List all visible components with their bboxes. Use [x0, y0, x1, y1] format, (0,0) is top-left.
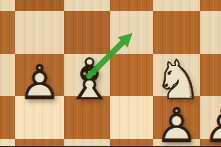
square-c4[interactable] [15, 11, 64, 54]
square-e2[interactable] [110, 96, 153, 139]
square-b4[interactable] [0, 11, 15, 54]
square-e1[interactable] [110, 139, 153, 147]
square-f5[interactable] [153, 0, 200, 11]
square-c3[interactable] [15, 54, 64, 97]
square-g5[interactable] [200, 0, 221, 11]
square-g4[interactable] [200, 11, 221, 54]
square-d3[interactable] [64, 54, 110, 97]
square-d1[interactable] [64, 139, 110, 147]
square-d4[interactable] [64, 11, 110, 54]
square-b3[interactable] [0, 54, 15, 97]
square-f1[interactable] [153, 139, 200, 147]
square-f2[interactable] [153, 96, 200, 139]
square-g2[interactable] [200, 96, 221, 139]
square-c2[interactable] [15, 96, 64, 139]
square-e3[interactable] [110, 54, 153, 97]
board-squares [0, 0, 221, 146]
square-e4[interactable] [110, 11, 153, 54]
square-g1[interactable] [200, 139, 221, 147]
square-b5[interactable] [0, 0, 15, 11]
square-e5[interactable] [110, 0, 153, 11]
square-f3[interactable] [153, 54, 200, 97]
square-b2[interactable] [0, 96, 15, 139]
square-c1[interactable] [15, 139, 64, 147]
square-f4[interactable] [153, 11, 200, 54]
square-b1[interactable] [0, 139, 15, 147]
square-d2[interactable] [64, 96, 110, 139]
square-g3[interactable] [200, 54, 221, 97]
square-c5[interactable] [15, 0, 64, 11]
chess-board: ♟♙♝♗+♞♘♟♙♟♙ [0, 0, 221, 146]
square-d5[interactable] [64, 0, 110, 11]
